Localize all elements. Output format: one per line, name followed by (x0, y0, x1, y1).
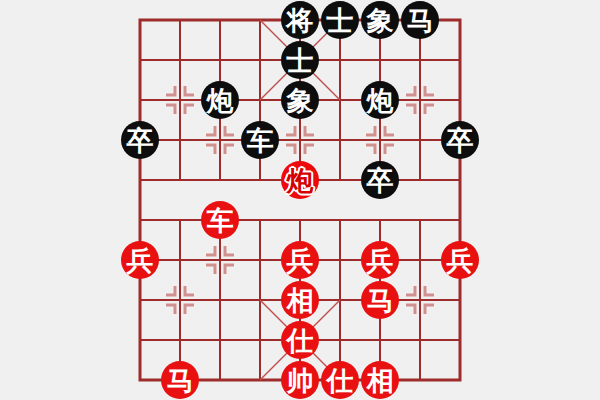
piece-black-elephant[interactable]: 象 (281, 81, 319, 119)
piece-black-cannon[interactable]: 炮 (201, 81, 239, 119)
piece-red-horse[interactable]: 马 (161, 361, 199, 399)
piece-red-pawn[interactable]: 兵 (281, 241, 319, 279)
piece-black-pawn[interactable]: 卒 (121, 121, 159, 159)
xiangqi-app: 将士象马士炮象炮卒车卒卒炮车兵兵兵兵相马仕马帅仕相 (0, 0, 600, 400)
piece-black-pawn[interactable]: 卒 (441, 121, 479, 159)
piece-black-cannon[interactable]: 炮 (361, 81, 399, 119)
piece-black-horse[interactable]: 马 (401, 1, 439, 39)
piece-red-chariot[interactable]: 车 (201, 201, 239, 239)
piece-black-pawn[interactable]: 卒 (361, 161, 399, 199)
piece-black-chariot[interactable]: 车 (241, 121, 279, 159)
piece-black-advisor[interactable]: 士 (321, 1, 359, 39)
piece-red-horse[interactable]: 马 (361, 281, 399, 319)
piece-red-elephant[interactable]: 相 (281, 281, 319, 319)
piece-red-advisor[interactable]: 仕 (321, 361, 359, 399)
piece-red-pawn[interactable]: 兵 (361, 241, 399, 279)
piece-red-pawn[interactable]: 兵 (441, 241, 479, 279)
piece-red-elephant[interactable]: 相 (361, 361, 399, 399)
piece-red-cannon[interactable]: 炮 (281, 161, 319, 199)
piece-black-elephant[interactable]: 象 (361, 1, 399, 39)
piece-black-advisor[interactable]: 士 (281, 41, 319, 79)
piece-grid: 将士象马士炮象炮卒车卒卒炮车兵兵兵兵相马仕马帅仕相 (120, 0, 480, 400)
piece-black-general[interactable]: 将 (281, 1, 319, 39)
piece-red-pawn[interactable]: 兵 (121, 241, 159, 279)
piece-red-general[interactable]: 帅 (281, 361, 319, 399)
piece-red-advisor[interactable]: 仕 (281, 321, 319, 359)
